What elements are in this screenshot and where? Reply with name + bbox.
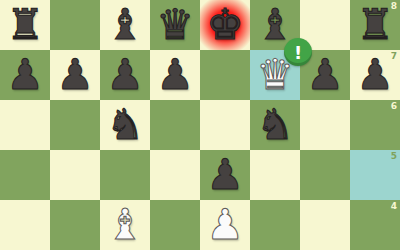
- square-b5[interactable]: [50, 150, 100, 200]
- piece-bn-c6[interactable]: ♞: [106, 100, 144, 150]
- square-b4[interactable]: [50, 200, 100, 250]
- square-h5[interactable]: 5: [350, 150, 400, 200]
- square-d5[interactable]: [150, 150, 200, 200]
- square-c7[interactable]: ♟: [100, 50, 150, 100]
- piece-bp-h7[interactable]: ♟: [356, 50, 394, 100]
- square-a8[interactable]: ♜: [0, 0, 50, 50]
- square-e7[interactable]: [200, 50, 250, 100]
- piece-wp-e4[interactable]: ♟: [206, 200, 244, 250]
- piece-bp-e5[interactable]: ♟: [206, 150, 244, 200]
- rank-label-4: 4: [391, 202, 397, 211]
- square-a5[interactable]: [0, 150, 50, 200]
- piece-bp-g7[interactable]: ♟: [306, 50, 344, 100]
- rank-label-7: 7: [391, 52, 397, 61]
- piece-bp-b7[interactable]: ♟: [56, 50, 94, 100]
- square-c6[interactable]: ♞: [100, 100, 150, 150]
- square-d4[interactable]: [150, 200, 200, 250]
- square-d6[interactable]: [150, 100, 200, 150]
- square-a6[interactable]: [0, 100, 50, 150]
- square-d7[interactable]: ♟: [150, 50, 200, 100]
- good-move-badge: !: [284, 38, 312, 66]
- square-b8[interactable]: [50, 0, 100, 50]
- square-f6[interactable]: ♞: [250, 100, 300, 150]
- piece-bb-c8[interactable]: ♝: [106, 0, 144, 50]
- piece-bp-c7[interactable]: ♟: [106, 50, 144, 100]
- piece-bp-a7[interactable]: ♟: [6, 50, 44, 100]
- rank-label-8: 8: [391, 2, 397, 11]
- square-c4[interactable]: ♝: [100, 200, 150, 250]
- square-e8[interactable]: ♚: [200, 0, 250, 50]
- piece-br-h8[interactable]: ♜: [356, 0, 394, 50]
- rank-label-5: 5: [391, 152, 397, 161]
- piece-br-a8[interactable]: ♜: [6, 0, 44, 50]
- square-d8[interactable]: ♛: [150, 0, 200, 50]
- square-e4[interactable]: ♟: [200, 200, 250, 250]
- piece-bn-f6[interactable]: ♞: [256, 100, 294, 150]
- square-f5[interactable]: [250, 150, 300, 200]
- chess-board: ♜♝♛♚♝♜8♟♟♟♟♛♟♟7♞♞6♟5♝♟4 !: [0, 0, 400, 250]
- board-grid: ♜♝♛♚♝♜8♟♟♟♟♛♟♟7♞♞6♟5♝♟4: [0, 0, 400, 250]
- piece-bk-e8[interactable]: ♚: [206, 0, 244, 50]
- square-h6[interactable]: 6: [350, 100, 400, 150]
- square-e6[interactable]: [200, 100, 250, 150]
- square-h4[interactable]: 4: [350, 200, 400, 250]
- square-g6[interactable]: [300, 100, 350, 150]
- square-b6[interactable]: [50, 100, 100, 150]
- square-a4[interactable]: [0, 200, 50, 250]
- piece-bq-d8[interactable]: ♛: [156, 0, 194, 50]
- piece-wb-c4[interactable]: ♝: [106, 200, 144, 250]
- square-f4[interactable]: [250, 200, 300, 250]
- piece-bp-d7[interactable]: ♟: [156, 50, 194, 100]
- square-g4[interactable]: [300, 200, 350, 250]
- square-h8[interactable]: ♜8: [350, 0, 400, 50]
- square-a7[interactable]: ♟: [0, 50, 50, 100]
- square-b7[interactable]: ♟: [50, 50, 100, 100]
- square-e5[interactable]: ♟: [200, 150, 250, 200]
- rank-label-6: 6: [391, 102, 397, 111]
- square-h7[interactable]: ♟7: [350, 50, 400, 100]
- square-c5[interactable]: [100, 150, 150, 200]
- square-g5[interactable]: [300, 150, 350, 200]
- square-c8[interactable]: ♝: [100, 0, 150, 50]
